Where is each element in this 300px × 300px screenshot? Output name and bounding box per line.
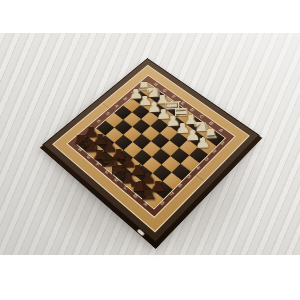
piece-black-rook: ♜: [141, 190, 156, 205]
table-surface: HGFEDCBA HGFEDCBA 12345678 12345678 ♜♞♝♚…: [0, 33, 300, 255]
squares: ♜♞♝♚♛♝♞♜♟♟♟♟♟♟♟♟♟♟♟♟♟♟♟♟♜♞♝♚♛♝♞♜: [76, 83, 226, 210]
piece-white-pawn: ♟: [196, 137, 210, 151]
